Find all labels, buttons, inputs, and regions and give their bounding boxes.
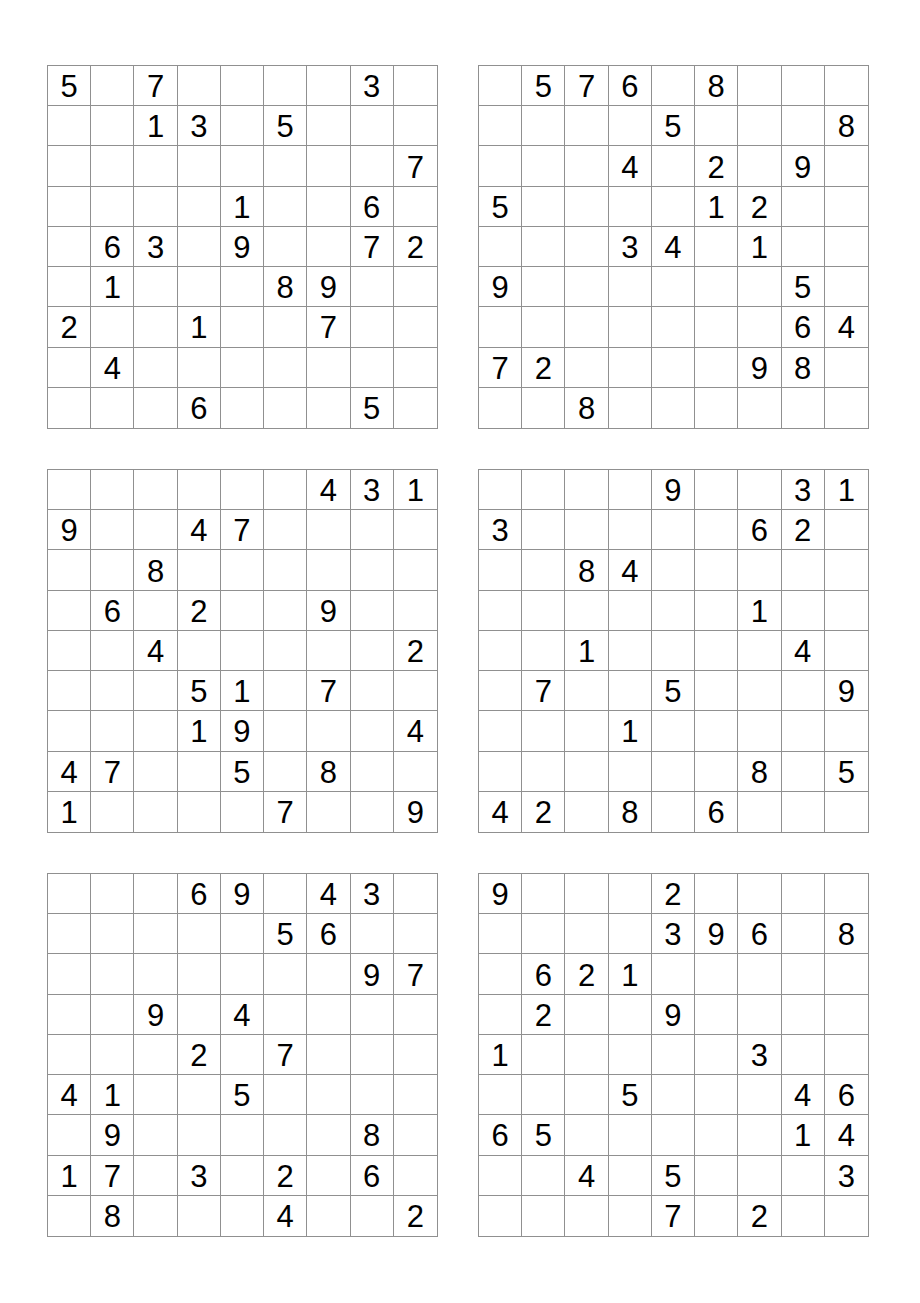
sudoku-grid-5-cell-r7c5[interactable]: [221, 1115, 264, 1155]
sudoku-grid-5-cell-r2c1[interactable]: [48, 914, 91, 954]
sudoku-grid-5-cell-r9c2[interactable]: 8: [91, 1196, 134, 1236]
sudoku-grid-3-cell-r5c4[interactable]: [178, 631, 221, 671]
sudoku-grid-1-cell-r2c7[interactable]: [307, 106, 350, 146]
sudoku-grid-3-cell-r9c1[interactable]: 1: [48, 792, 91, 832]
sudoku-grid-6-cell-r5c9[interactable]: [825, 1035, 868, 1075]
sudoku-grid-2-cell-r9c4[interactable]: [609, 388, 652, 428]
sudoku-grid-5-cell-r7c4[interactable]: [178, 1115, 221, 1155]
sudoku-grid-6-cell-r4c8[interactable]: [782, 995, 825, 1035]
sudoku-grid-2-cell-r7c5[interactable]: [652, 307, 695, 347]
sudoku-grid-6-cell-r5c8[interactable]: [782, 1035, 825, 1075]
sudoku-grid-1-cell-r7c3[interactable]: [134, 307, 177, 347]
sudoku-grid-3-cell-r1c5[interactable]: [221, 470, 264, 510]
sudoku-grid-6-cell-r4c9[interactable]: [825, 995, 868, 1035]
sudoku-grid-1-cell-r6c3[interactable]: [134, 267, 177, 307]
sudoku-grid-6-cell-r5c5[interactable]: [652, 1035, 695, 1075]
sudoku-grid-2-cell-r6c4[interactable]: [609, 267, 652, 307]
sudoku-grid-6-cell-r8c3[interactable]: 4: [565, 1156, 608, 1196]
sudoku-grid-5-cell-r2c3[interactable]: [134, 914, 177, 954]
sudoku-grid-4-cell-r6c3[interactable]: [565, 671, 608, 711]
sudoku-grid-5-cell-r8c4[interactable]: 3: [178, 1156, 221, 1196]
sudoku-grid-4-cell-r5c2[interactable]: [522, 631, 565, 671]
sudoku-grid-3-cell-r5c2[interactable]: [91, 631, 134, 671]
sudoku-grid-3-cell-r9c3[interactable]: [134, 792, 177, 832]
sudoku-grid-3-cell-r1c9[interactable]: 1: [394, 470, 437, 510]
sudoku-grid-4-cell-r1c1[interactable]: [479, 470, 522, 510]
sudoku-grid-6-cell-r1c7[interactable]: [738, 874, 781, 914]
sudoku-grid-4-cell-r1c4[interactable]: [609, 470, 652, 510]
sudoku-grid-4-cell-r7c9[interactable]: [825, 711, 868, 751]
sudoku-grid-6-cell-r7c1[interactable]: 6: [479, 1115, 522, 1155]
sudoku-grid-4-cell-r5c7[interactable]: [738, 631, 781, 671]
sudoku-grid-2-cell-r8c6[interactable]: [695, 348, 738, 388]
sudoku-grid-6-cell-r4c6[interactable]: [695, 995, 738, 1035]
sudoku-grid-6-cell-r4c5[interactable]: 9: [652, 995, 695, 1035]
sudoku-grid-2-cell-r2c5[interactable]: 5: [652, 106, 695, 146]
sudoku-grid-5-cell-r6c4[interactable]: [178, 1075, 221, 1115]
sudoku-grid-6-cell-r1c5[interactable]: 2: [652, 874, 695, 914]
sudoku-grid-6-cell-r2c7[interactable]: 6: [738, 914, 781, 954]
sudoku-grid-6-cell-r2c2[interactable]: [522, 914, 565, 954]
sudoku-grid-1-cell-r3c6[interactable]: [264, 146, 307, 186]
sudoku-grid-1-cell-r8c2[interactable]: 4: [91, 348, 134, 388]
sudoku-grid-5-cell-r8c3[interactable]: [134, 1156, 177, 1196]
sudoku-grid-3-cell-r7c6[interactable]: [264, 711, 307, 751]
sudoku-grid-4-cell-r2c2[interactable]: [522, 510, 565, 550]
sudoku-grid-5-cell-r3c3[interactable]: [134, 954, 177, 994]
sudoku-grid-4-cell-r4c1[interactable]: [479, 591, 522, 631]
sudoku-grid-3-cell-r7c3[interactable]: [134, 711, 177, 751]
sudoku-grid-4-cell-r3c8[interactable]: [782, 550, 825, 590]
sudoku-grid-2-cell-r1c3[interactable]: 7: [565, 66, 608, 106]
sudoku-grid-2-cell-r2c3[interactable]: [565, 106, 608, 146]
sudoku-grid-1-cell-r7c8[interactable]: [351, 307, 394, 347]
sudoku-grid-3-cell-r2c5[interactable]: 7: [221, 510, 264, 550]
sudoku-grid-1-cell-r5c2[interactable]: 6: [91, 227, 134, 267]
sudoku-grid-2-cell-r7c4[interactable]: [609, 307, 652, 347]
sudoku-grid-3-cell-r8c1[interactable]: 4: [48, 752, 91, 792]
sudoku-grid-4-cell-r2c4[interactable]: [609, 510, 652, 550]
sudoku-grid-3-cell-r5c1[interactable]: [48, 631, 91, 671]
sudoku-grid-4-cell-r4c5[interactable]: [652, 591, 695, 631]
sudoku-grid-6-cell-r9c9[interactable]: [825, 1196, 868, 1236]
sudoku-grid-3-cell-r4c9[interactable]: [394, 591, 437, 631]
sudoku-grid-4-cell-r2c7[interactable]: 6: [738, 510, 781, 550]
sudoku-grid-5-cell-r3c7[interactable]: [307, 954, 350, 994]
sudoku-grid-6-cell-r7c8[interactable]: 1: [782, 1115, 825, 1155]
sudoku-grid-2-cell-r4c7[interactable]: 2: [738, 187, 781, 227]
sudoku-grid-3-cell-r3c2[interactable]: [91, 550, 134, 590]
sudoku-grid-1-cell-r3c7[interactable]: [307, 146, 350, 186]
sudoku-grid-6-cell-r8c4[interactable]: [609, 1156, 652, 1196]
sudoku-grid-3-cell-r3c6[interactable]: [264, 550, 307, 590]
sudoku-grid-5-cell-r5c9[interactable]: [394, 1035, 437, 1075]
sudoku-grid-6-cell-r8c2[interactable]: [522, 1156, 565, 1196]
sudoku-grid-5-cell-r6c8[interactable]: [351, 1075, 394, 1115]
sudoku-grid-6-cell-r1c1[interactable]: 9: [479, 874, 522, 914]
sudoku-grid-3-cell-r5c6[interactable]: [264, 631, 307, 671]
sudoku-grid-5-cell-r5c7[interactable]: [307, 1035, 350, 1075]
sudoku-grid-5-cell-r9c8[interactable]: [351, 1196, 394, 1236]
sudoku-grid-4-cell-r6c6[interactable]: [695, 671, 738, 711]
sudoku-grid-5-cell-r3c2[interactable]: [91, 954, 134, 994]
sudoku-grid-4-cell-r8c3[interactable]: [565, 752, 608, 792]
sudoku-grid-3-cell-r8c8[interactable]: [351, 752, 394, 792]
sudoku-grid-5-cell-r5c5[interactable]: [221, 1035, 264, 1075]
sudoku-grid-2-cell-r6c6[interactable]: [695, 267, 738, 307]
sudoku-grid-3-cell-r7c1[interactable]: [48, 711, 91, 751]
sudoku-grid-1-cell-r5c1[interactable]: [48, 227, 91, 267]
sudoku-grid-1-cell-r4c1[interactable]: [48, 187, 91, 227]
sudoku-grid-5-cell-r8c5[interactable]: [221, 1156, 264, 1196]
sudoku-grid-3-cell-r4c1[interactable]: [48, 591, 91, 631]
sudoku-grid-1-cell-r8c9[interactable]: [394, 348, 437, 388]
sudoku-grid-1-cell-r7c1[interactable]: 2: [48, 307, 91, 347]
sudoku-grid-6-cell-r7c6[interactable]: [695, 1115, 738, 1155]
sudoku-grid-6-cell-r5c4[interactable]: [609, 1035, 652, 1075]
sudoku-grid-3-cell-r8c6[interactable]: [264, 752, 307, 792]
sudoku-grid-5-cell-r1c7[interactable]: 4: [307, 874, 350, 914]
sudoku-grid-1-cell-r9c3[interactable]: [134, 388, 177, 428]
sudoku-grid-3-cell-r3c8[interactable]: [351, 550, 394, 590]
sudoku-grid-1-cell-r2c9[interactable]: [394, 106, 437, 146]
sudoku-grid-1-cell-r9c8[interactable]: 5: [351, 388, 394, 428]
sudoku-grid-1-cell-r7c9[interactable]: [394, 307, 437, 347]
sudoku-grid-4-cell-r9c4[interactable]: 8: [609, 792, 652, 832]
sudoku-grid-4-cell-r8c8[interactable]: [782, 752, 825, 792]
sudoku-grid-6-cell-r6c6[interactable]: [695, 1075, 738, 1115]
sudoku-grid-2-cell-r5c5[interactable]: 4: [652, 227, 695, 267]
sudoku-grid-5-cell-r1c9[interactable]: [394, 874, 437, 914]
sudoku-grid-1-cell-r3c1[interactable]: [48, 146, 91, 186]
sudoku-grid-2-cell-r1c9[interactable]: [825, 66, 868, 106]
sudoku-grid-3-cell-r1c3[interactable]: [134, 470, 177, 510]
sudoku-grid-3-cell-r8c4[interactable]: [178, 752, 221, 792]
sudoku-grid-6-cell-r1c8[interactable]: [782, 874, 825, 914]
sudoku-grid-1-cell-r1c4[interactable]: [178, 66, 221, 106]
sudoku-grid-2-cell-r4c3[interactable]: [565, 187, 608, 227]
sudoku-grid-2-cell-r7c3[interactable]: [565, 307, 608, 347]
sudoku-grid-2-cell-r5c2[interactable]: [522, 227, 565, 267]
sudoku-grid-3-cell-r5c5[interactable]: [221, 631, 264, 671]
sudoku-grid-4-cell-r5c6[interactable]: [695, 631, 738, 671]
sudoku-grid-3-cell-r7c5[interactable]: 9: [221, 711, 264, 751]
sudoku-grid-5-cell-r7c7[interactable]: [307, 1115, 350, 1155]
sudoku-grid-6-cell-r3c2[interactable]: 6: [522, 954, 565, 994]
sudoku-grid-6-cell-r4c7[interactable]: [738, 995, 781, 1035]
sudoku-grid-2-cell-r8c5[interactable]: [652, 348, 695, 388]
sudoku-grid-6-cell-r3c6[interactable]: [695, 954, 738, 994]
sudoku-grid-5-cell-r1c6[interactable]: [264, 874, 307, 914]
sudoku-grid-4-cell-r6c5[interactable]: 5: [652, 671, 695, 711]
sudoku-grid-1-cell-r3c2[interactable]: [91, 146, 134, 186]
sudoku-grid-1-cell-r6c1[interactable]: [48, 267, 91, 307]
sudoku-grid-6-cell-r6c9[interactable]: 6: [825, 1075, 868, 1115]
sudoku-grid-6-cell-r6c3[interactable]: [565, 1075, 608, 1115]
sudoku-grid-5-cell-r4c6[interactable]: [264, 995, 307, 1035]
sudoku-grid-3-cell-r8c7[interactable]: 8: [307, 752, 350, 792]
sudoku-grid-5-cell-r6c2[interactable]: 1: [91, 1075, 134, 1115]
sudoku-grid-4-cell-r8c5[interactable]: [652, 752, 695, 792]
sudoku-grid-4-cell-r8c9[interactable]: 5: [825, 752, 868, 792]
sudoku-grid-2-cell-r3c9[interactable]: [825, 146, 868, 186]
sudoku-grid-5-cell-r5c8[interactable]: [351, 1035, 394, 1075]
sudoku-grid-1-cell-r2c3[interactable]: 1: [134, 106, 177, 146]
sudoku-grid-5-cell-r2c4[interactable]: [178, 914, 221, 954]
sudoku-grid-2-cell-r5c3[interactable]: [565, 227, 608, 267]
sudoku-grid-2-cell-r8c2[interactable]: 2: [522, 348, 565, 388]
sudoku-grid-4-cell-r7c5[interactable]: [652, 711, 695, 751]
sudoku-grid-3-cell-r4c5[interactable]: [221, 591, 264, 631]
sudoku-grid-6-cell-r4c3[interactable]: [565, 995, 608, 1035]
sudoku-grid-4-cell-r4c7[interactable]: 1: [738, 591, 781, 631]
sudoku-grid-3-cell-r4c6[interactable]: [264, 591, 307, 631]
sudoku-grid-6-cell-r3c4[interactable]: 1: [609, 954, 652, 994]
sudoku-grid-4-cell-r9c7[interactable]: [738, 792, 781, 832]
sudoku-grid-1-cell-r3c3[interactable]: [134, 146, 177, 186]
sudoku-grid-5-cell-r3c4[interactable]: [178, 954, 221, 994]
sudoku-grid-4-cell-r8c6[interactable]: [695, 752, 738, 792]
sudoku-grid-1-cell-r2c6[interactable]: 5: [264, 106, 307, 146]
sudoku-grid-3-cell-r9c6[interactable]: 7: [264, 792, 307, 832]
sudoku-grid-2-cell-r9c9[interactable]: [825, 388, 868, 428]
sudoku-grid-1-cell-r9c9[interactable]: [394, 388, 437, 428]
sudoku-grid-3-cell-r3c9[interactable]: [394, 550, 437, 590]
sudoku-grid-3-cell-r7c8[interactable]: [351, 711, 394, 751]
sudoku-grid-6-cell-r5c7[interactable]: 3: [738, 1035, 781, 1075]
sudoku-grid-1-cell-r5c4[interactable]: [178, 227, 221, 267]
sudoku-grid-2-cell-r5c1[interactable]: [479, 227, 522, 267]
sudoku-grid-4-cell-r5c9[interactable]: [825, 631, 868, 671]
sudoku-grid-2-cell-r3c7[interactable]: [738, 146, 781, 186]
sudoku-grid-5-cell-r8c8[interactable]: 6: [351, 1156, 394, 1196]
sudoku-grid-6-cell-r7c7[interactable]: [738, 1115, 781, 1155]
sudoku-grid-2-cell-r3c3[interactable]: [565, 146, 608, 186]
sudoku-grid-5-cell-r1c3[interactable]: [134, 874, 177, 914]
sudoku-grid-6-cell-r2c5[interactable]: 3: [652, 914, 695, 954]
sudoku-grid-4-cell-r1c3[interactable]: [565, 470, 608, 510]
sudoku-grid-2-cell-r6c1[interactable]: 9: [479, 267, 522, 307]
sudoku-grid-3-cell-r6c6[interactable]: [264, 671, 307, 711]
sudoku-grid-6-cell-r1c9[interactable]: [825, 874, 868, 914]
sudoku-grid-1-cell-r8c8[interactable]: [351, 348, 394, 388]
sudoku-grid-5-cell-r9c3[interactable]: [134, 1196, 177, 1236]
sudoku-grid-1-cell-r7c5[interactable]: [221, 307, 264, 347]
sudoku-grid-1-cell-r2c2[interactable]: [91, 106, 134, 146]
sudoku-grid-6-cell-r5c3[interactable]: [565, 1035, 608, 1075]
sudoku-grid-5-cell-r6c5[interactable]: 5: [221, 1075, 264, 1115]
sudoku-grid-4-cell-r6c4[interactable]: [609, 671, 652, 711]
sudoku-grid-5-cell-r7c8[interactable]: 8: [351, 1115, 394, 1155]
sudoku-grid-2-cell-r4c6[interactable]: 1: [695, 187, 738, 227]
sudoku-grid-3-cell-r2c7[interactable]: [307, 510, 350, 550]
sudoku-grid-4-cell-r1c5[interactable]: 9: [652, 470, 695, 510]
sudoku-grid-3-cell-r7c4[interactable]: 1: [178, 711, 221, 751]
sudoku-grid-3-cell-r9c4[interactable]: [178, 792, 221, 832]
sudoku-grid-2-cell-r5c7[interactable]: 1: [738, 227, 781, 267]
sudoku-grid-5-cell-r4c7[interactable]: [307, 995, 350, 1035]
sudoku-grid-2-cell-r8c4[interactable]: [609, 348, 652, 388]
sudoku-grid-6-cell-r7c9[interactable]: 4: [825, 1115, 868, 1155]
sudoku-grid-3-cell-r9c8[interactable]: [351, 792, 394, 832]
sudoku-grid-1-cell-r4c2[interactable]: [91, 187, 134, 227]
sudoku-grid-2-cell-r2c8[interactable]: [782, 106, 825, 146]
sudoku-grid-5-cell-r8c7[interactable]: [307, 1156, 350, 1196]
sudoku-grid-5-cell-r5c6[interactable]: 7: [264, 1035, 307, 1075]
sudoku-grid-2-cell-r3c5[interactable]: [652, 146, 695, 186]
sudoku-grid-6-cell-r7c2[interactable]: 5: [522, 1115, 565, 1155]
sudoku-grid-3-cell-r1c4[interactable]: [178, 470, 221, 510]
sudoku-grid-6-cell-r8c8[interactable]: [782, 1156, 825, 1196]
sudoku-grid-3-cell-r1c2[interactable]: [91, 470, 134, 510]
sudoku-grid-5-cell-r2c8[interactable]: [351, 914, 394, 954]
sudoku-grid-1-cell-r1c2[interactable]: [91, 66, 134, 106]
sudoku-grid-4-cell-r3c3[interactable]: 8: [565, 550, 608, 590]
sudoku-grid-5-cell-r7c2[interactable]: 9: [91, 1115, 134, 1155]
sudoku-grid-5-cell-r4c5[interactable]: 4: [221, 995, 264, 1035]
sudoku-grid-5-cell-r9c5[interactable]: [221, 1196, 264, 1236]
sudoku-grid-6-cell-r9c6[interactable]: [695, 1196, 738, 1236]
sudoku-grid-3-cell-r3c7[interactable]: [307, 550, 350, 590]
sudoku-grid-2-cell-r2c4[interactable]: [609, 106, 652, 146]
sudoku-grid-2-cell-r7c2[interactable]: [522, 307, 565, 347]
sudoku-grid-4-cell-r5c8[interactable]: 4: [782, 631, 825, 671]
sudoku-grid-3-cell-r4c3[interactable]: [134, 591, 177, 631]
sudoku-grid-4-cell-r2c8[interactable]: 2: [782, 510, 825, 550]
sudoku-grid-2-cell-r9c6[interactable]: [695, 388, 738, 428]
sudoku-grid-1-cell-r9c5[interactable]: [221, 388, 264, 428]
sudoku-grid-6-cell-r8c7[interactable]: [738, 1156, 781, 1196]
sudoku-grid-6-cell-r8c9[interactable]: 3: [825, 1156, 868, 1196]
sudoku-grid-2-cell-r1c6[interactable]: 8: [695, 66, 738, 106]
sudoku-grid-5-cell-r1c2[interactable]: [91, 874, 134, 914]
sudoku-grid-2-cell-r8c1[interactable]: 7: [479, 348, 522, 388]
sudoku-grid-6-cell-r1c4[interactable]: [609, 874, 652, 914]
sudoku-grid-6-cell-r2c6[interactable]: 9: [695, 914, 738, 954]
sudoku-grid-4-cell-r2c6[interactable]: [695, 510, 738, 550]
sudoku-grid-3-cell-r5c9[interactable]: 2: [394, 631, 437, 671]
sudoku-grid-3-cell-r8c3[interactable]: [134, 752, 177, 792]
sudoku-grid-4-cell-r2c1[interactable]: 3: [479, 510, 522, 550]
sudoku-grid-3-cell-r2c4[interactable]: 4: [178, 510, 221, 550]
sudoku-grid-2-cell-r2c9[interactable]: 8: [825, 106, 868, 146]
sudoku-grid-1-cell-r7c6[interactable]: [264, 307, 307, 347]
sudoku-grid-2-cell-r1c4[interactable]: 6: [609, 66, 652, 106]
sudoku-grid-5-cell-r5c4[interactable]: 2: [178, 1035, 221, 1075]
sudoku-grid-5-cell-r1c4[interactable]: 6: [178, 874, 221, 914]
sudoku-grid-2-cell-r4c4[interactable]: [609, 187, 652, 227]
sudoku-grid-6-cell-r6c2[interactable]: [522, 1075, 565, 1115]
sudoku-grid-2-cell-r4c8[interactable]: [782, 187, 825, 227]
sudoku-grid-5-cell-r2c6[interactable]: 5: [264, 914, 307, 954]
sudoku-grid-3-cell-r8c2[interactable]: 7: [91, 752, 134, 792]
sudoku-grid-6-cell-r4c2[interactable]: 2: [522, 995, 565, 1035]
sudoku-grid-6-cell-r9c5[interactable]: 7: [652, 1196, 695, 1236]
sudoku-grid-1-cell-r1c9[interactable]: [394, 66, 437, 106]
sudoku-grid-6-cell-r7c4[interactable]: [609, 1115, 652, 1155]
sudoku-grid-2-cell-r4c1[interactable]: 5: [479, 187, 522, 227]
sudoku-grid-5-cell-r4c2[interactable]: [91, 995, 134, 1035]
sudoku-grid-6-cell-r2c8[interactable]: [782, 914, 825, 954]
sudoku-grid-1-cell-r5c8[interactable]: 7: [351, 227, 394, 267]
sudoku-grid-4-cell-r3c7[interactable]: [738, 550, 781, 590]
sudoku-grid-4-cell-r3c5[interactable]: [652, 550, 695, 590]
sudoku-grid-4-cell-r4c8[interactable]: [782, 591, 825, 631]
sudoku-grid-5-cell-r1c8[interactable]: 3: [351, 874, 394, 914]
sudoku-grid-4-cell-r3c9[interactable]: [825, 550, 868, 590]
sudoku-grid-2-cell-r2c7[interactable]: [738, 106, 781, 146]
sudoku-grid-1-cell-r3c8[interactable]: [351, 146, 394, 186]
sudoku-grid-6-cell-r9c4[interactable]: [609, 1196, 652, 1236]
sudoku-grid-3-cell-r3c1[interactable]: [48, 550, 91, 590]
sudoku-grid-4-cell-r1c2[interactable]: [522, 470, 565, 510]
sudoku-grid-5-cell-r8c9[interactable]: [394, 1156, 437, 1196]
sudoku-grid-3-cell-r2c2[interactable]: [91, 510, 134, 550]
sudoku-grid-2-cell-r8c3[interactable]: [565, 348, 608, 388]
sudoku-grid-4-cell-r5c4[interactable]: [609, 631, 652, 671]
sudoku-grid-5-cell-r2c5[interactable]: [221, 914, 264, 954]
sudoku-grid-5-cell-r9c4[interactable]: [178, 1196, 221, 1236]
sudoku-grid-1-cell-r8c3[interactable]: [134, 348, 177, 388]
sudoku-grid-4-cell-r9c6[interactable]: 6: [695, 792, 738, 832]
sudoku-grid-3-cell-r9c5[interactable]: [221, 792, 264, 832]
sudoku-grid-4-cell-r7c2[interactable]: [522, 711, 565, 751]
sudoku-grid-3-cell-r7c7[interactable]: [307, 711, 350, 751]
sudoku-grid-2-cell-r5c9[interactable]: [825, 227, 868, 267]
sudoku-grid-1-cell-r1c1[interactable]: 5: [48, 66, 91, 106]
sudoku-grid-1-cell-r5c6[interactable]: [264, 227, 307, 267]
sudoku-grid-1-cell-r7c4[interactable]: 1: [178, 307, 221, 347]
sudoku-grid-3-cell-r2c8[interactable]: [351, 510, 394, 550]
sudoku-grid-4-cell-r4c2[interactable]: [522, 591, 565, 631]
sudoku-grid-2-cell-r2c2[interactable]: [522, 106, 565, 146]
sudoku-grid-2-cell-r7c7[interactable]: [738, 307, 781, 347]
sudoku-grid-3-cell-r7c2[interactable]: [91, 711, 134, 751]
sudoku-grid-3-cell-r2c3[interactable]: [134, 510, 177, 550]
sudoku-grid-2-cell-r7c9[interactable]: 4: [825, 307, 868, 347]
sudoku-grid-2-cell-r2c1[interactable]: [479, 106, 522, 146]
sudoku-grid-5-cell-r9c9[interactable]: 2: [394, 1196, 437, 1236]
sudoku-grid-5-cell-r3c5[interactable]: [221, 954, 264, 994]
sudoku-grid-3-cell-r1c6[interactable]: [264, 470, 307, 510]
sudoku-grid-1-cell-r4c7[interactable]: [307, 187, 350, 227]
sudoku-grid-4-cell-r5c1[interactable]: [479, 631, 522, 671]
sudoku-grid-3-cell-r1c8[interactable]: 3: [351, 470, 394, 510]
sudoku-grid-1-cell-r8c4[interactable]: [178, 348, 221, 388]
sudoku-grid-1-cell-r6c5[interactable]: [221, 267, 264, 307]
sudoku-grid-3-cell-r1c1[interactable]: [48, 470, 91, 510]
sudoku-grid-1-cell-r7c2[interactable]: [91, 307, 134, 347]
sudoku-grid-3-cell-r6c5[interactable]: 1: [221, 671, 264, 711]
sudoku-grid-4-cell-r7c1[interactable]: [479, 711, 522, 751]
sudoku-grid-2-cell-r6c8[interactable]: 5: [782, 267, 825, 307]
sudoku-grid-5-cell-r6c6[interactable]: [264, 1075, 307, 1115]
sudoku-grid-4-cell-r3c4[interactable]: 4: [609, 550, 652, 590]
sudoku-grid-3-cell-r8c5[interactable]: 5: [221, 752, 264, 792]
sudoku-grid-4-cell-r3c2[interactable]: [522, 550, 565, 590]
sudoku-grid-5-cell-r8c6[interactable]: 2: [264, 1156, 307, 1196]
sudoku-grid-6-cell-r2c9[interactable]: 8: [825, 914, 868, 954]
sudoku-grid-5-cell-r5c3[interactable]: [134, 1035, 177, 1075]
sudoku-grid-5-cell-r8c1[interactable]: 1: [48, 1156, 91, 1196]
sudoku-grid-3-cell-r3c5[interactable]: [221, 550, 264, 590]
sudoku-grid-5-cell-r6c7[interactable]: [307, 1075, 350, 1115]
sudoku-grid-3-cell-r6c4[interactable]: 5: [178, 671, 221, 711]
sudoku-grid-2-cell-r5c8[interactable]: [782, 227, 825, 267]
sudoku-grid-1-cell-r1c3[interactable]: 7: [134, 66, 177, 106]
sudoku-grid-2-cell-r6c3[interactable]: [565, 267, 608, 307]
sudoku-grid-3-cell-r8c9[interactable]: [394, 752, 437, 792]
